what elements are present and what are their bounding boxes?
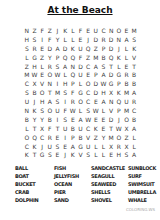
grid-cell: V — [38, 80, 46, 89]
grid-cell: L — [69, 27, 77, 36]
grid-cell: U — [77, 45, 85, 54]
grid-cell: C — [84, 89, 92, 98]
grid-cell: B — [31, 89, 39, 98]
grid-cell: T — [130, 63, 138, 72]
grid-cell: S — [54, 143, 62, 152]
grid-cell: U — [54, 107, 62, 116]
grid-cell: F — [77, 27, 85, 36]
grid-cell: Q — [107, 54, 115, 63]
grid-cell: I — [61, 134, 69, 143]
grid-cell: S — [31, 36, 39, 45]
grid-cell: E — [123, 27, 131, 36]
grid-cell: M — [92, 54, 100, 63]
grid-cell: R — [130, 98, 138, 107]
grid-cell: J — [115, 45, 123, 54]
grid-cell: L — [38, 63, 46, 72]
grid-cell: A — [130, 89, 138, 98]
grid-cell: X — [31, 80, 39, 89]
grid-cell: Y — [54, 36, 62, 45]
grid-cell: C — [84, 98, 92, 107]
grid-cell: Y — [46, 54, 54, 63]
grid-cell: Z — [46, 27, 54, 36]
grid-cell: Z — [31, 27, 39, 36]
grid-cell: L — [69, 36, 77, 45]
word-item: UMBRELLA — [128, 188, 157, 196]
grid-cell: L — [115, 63, 123, 72]
grid-cell: E — [92, 98, 100, 107]
grid-cell: Z — [23, 63, 31, 72]
grid-cell: W — [92, 107, 100, 116]
grid-cell: H — [100, 89, 108, 98]
grid-cell: G — [107, 80, 115, 89]
grid-cell: N — [23, 27, 31, 36]
grid-cell: J — [115, 116, 123, 125]
word-item: SURF — [128, 172, 157, 180]
grid-cell: S — [46, 151, 54, 160]
grid-cell: R — [100, 36, 108, 45]
grid-cell: U — [123, 98, 131, 107]
grid-cell: U — [77, 71, 85, 80]
grid-cell: L — [77, 107, 85, 116]
grid-cell: J — [54, 27, 62, 36]
grid-cell: L — [123, 54, 131, 63]
grid-cell: X — [123, 143, 131, 152]
grid-cell: O — [77, 98, 85, 107]
word-item: SEAWEED — [91, 180, 128, 188]
grid-cell: D — [77, 63, 85, 72]
grid-cell: V — [84, 134, 92, 143]
grid-cell: B — [69, 125, 77, 134]
grid-cell: E — [61, 143, 69, 152]
grid-cell: U — [23, 98, 31, 107]
grid-cell: J — [31, 98, 39, 107]
grid-cell: S — [54, 98, 62, 107]
grid-cell: V — [77, 151, 85, 160]
grid-cell: N — [115, 36, 123, 45]
grid-cell: J — [61, 151, 69, 160]
grid-cell: O — [46, 107, 54, 116]
grid-cell: H — [38, 98, 46, 107]
grid-cell: L — [23, 54, 31, 63]
word-list-column: SUNBLOCKSURFSWIMSUITUMBRELLAWHALE — [128, 164, 157, 204]
grid-cell: B — [23, 116, 31, 125]
grid-cell: Q — [115, 98, 123, 107]
grid-cell: D — [107, 116, 115, 125]
grid-cell: B — [100, 54, 108, 63]
grid-cell: S — [84, 107, 92, 116]
grid-cell: T — [107, 63, 115, 72]
word-list-column: BALLBOATBUCKETCRABDOLPHIN — [15, 164, 54, 204]
grid-cell: K — [130, 45, 138, 54]
grid-cell: S — [23, 89, 31, 98]
grid-cell: O — [84, 80, 92, 89]
grid-cell: K — [69, 151, 77, 160]
grid-cell: H — [31, 63, 39, 72]
grid-cell: L — [123, 45, 131, 54]
grid-cell: A — [46, 98, 54, 107]
grid-cell: E — [38, 71, 46, 80]
grid-cell: S — [130, 36, 138, 45]
grid-cell: U — [61, 125, 69, 134]
word-item: SUNBLOCK — [128, 164, 157, 172]
puzzle-page: At the Beach NZFZJKLFEUCNOEMHSIFYLLEJDRD… — [0, 0, 160, 220]
grid-cell: Y — [100, 134, 108, 143]
grid-cell: P — [92, 71, 100, 80]
grid-cell: O — [23, 134, 31, 143]
grid-cell: N — [107, 27, 115, 36]
grid-cell: W — [84, 116, 92, 125]
grid-cell: I — [54, 80, 62, 89]
grid-cell: M — [130, 27, 138, 36]
grid-cell: Z — [84, 54, 92, 63]
grid-cell: A — [123, 36, 131, 45]
grid-cell: L — [130, 143, 138, 152]
grid-cell: F — [77, 54, 85, 63]
grid-cell: C — [100, 27, 108, 36]
word-item: CRAB — [15, 188, 54, 196]
grid-cell: L — [100, 107, 108, 116]
grid-cell: E — [107, 151, 115, 160]
grid-cell: M — [54, 89, 62, 98]
grid-cell: E — [54, 134, 62, 143]
grid-cell: G — [77, 89, 85, 98]
grid-cell: H — [61, 80, 69, 89]
word-item: DOLPHIN — [15, 196, 54, 204]
grid-cell: B — [130, 116, 138, 125]
grid-cell: F — [69, 89, 77, 98]
grid-cell: X — [38, 125, 46, 134]
grid-cell: A — [92, 63, 100, 72]
grid-cell: A — [130, 151, 138, 160]
grid-cell: L — [61, 36, 69, 45]
grid-cell: K — [31, 143, 39, 152]
grid-cell: M — [23, 71, 31, 80]
grid-cell: W — [31, 71, 39, 80]
grid-cell: Q — [84, 45, 92, 54]
grid-cell: W — [69, 107, 77, 116]
grid-cell: K — [23, 151, 31, 160]
grid-cell: D — [107, 36, 115, 45]
grid-cell: Q — [61, 54, 69, 63]
grid-cell: R — [31, 45, 39, 54]
grid-cell: D — [92, 36, 100, 45]
word-item: BUCKET — [15, 180, 54, 188]
grid-cell: L — [100, 143, 108, 152]
word-item: FISH — [54, 164, 91, 172]
grid-cell: Z — [38, 54, 46, 63]
grid-cell: R — [123, 71, 131, 80]
grid-cell: D — [92, 80, 100, 89]
grid-cell: R — [46, 63, 54, 72]
grid-cell: S — [61, 89, 69, 98]
word-item: SANDCASTLE — [91, 164, 128, 172]
word-item: SHELLS — [91, 188, 128, 196]
grid-cell: K — [69, 45, 77, 54]
grid-cell: X — [123, 125, 131, 134]
grid-cell: M — [123, 107, 131, 116]
word-item: SHOVEL — [91, 196, 128, 204]
grid-cell: D — [61, 45, 69, 54]
grid-cell: F — [46, 36, 54, 45]
grid-cell: B — [77, 134, 85, 143]
grid-cell: V — [107, 107, 115, 116]
grid-cell: P — [100, 45, 108, 54]
grid-cell: K — [115, 89, 123, 98]
word-item: SWIMSUIT — [128, 180, 157, 188]
grid-cell: K — [92, 125, 100, 134]
grid-cell: R — [69, 98, 77, 107]
grid-cell: O — [46, 71, 54, 80]
grid-cell: B — [130, 71, 138, 80]
grid-cell: S — [100, 63, 108, 72]
grid-cell: A — [130, 125, 138, 134]
word-item: SAND — [54, 196, 91, 204]
grid-cell: C — [84, 63, 92, 72]
grid-cell: L — [130, 134, 138, 143]
grid-cell: E — [123, 63, 131, 72]
grid-cell: D — [92, 89, 100, 98]
grid-cell: W — [54, 71, 62, 80]
grid-cell: U — [84, 143, 92, 152]
grid-cell: H — [23, 36, 31, 45]
grid-cell: S — [61, 116, 69, 125]
grid-cell: C — [130, 107, 138, 116]
grid-cell: P — [115, 80, 123, 89]
grid-cell: W — [100, 80, 108, 89]
grid-cell: E — [54, 151, 62, 160]
grid-cell: Z — [92, 45, 100, 54]
grid-cell: X — [107, 89, 115, 98]
grid-cell: C — [84, 125, 92, 134]
word-item: BOAT — [15, 172, 54, 180]
grid-cell: Z — [92, 134, 100, 143]
grid-cell: A — [69, 143, 77, 152]
grid-cell: Y — [31, 116, 39, 125]
grid-cell: N — [46, 80, 54, 89]
grid-cell: L — [77, 80, 85, 89]
grid-cell: C — [23, 80, 31, 89]
grid-cell: T — [107, 125, 115, 134]
grid-cell: A — [100, 98, 108, 107]
grid-cell: L — [23, 125, 31, 134]
grid-cell: H — [115, 151, 123, 160]
grid-cell: E — [77, 36, 85, 45]
grid-cell: Q — [69, 54, 77, 63]
grid-cell: D — [107, 71, 115, 80]
grid-cell: F — [61, 107, 69, 116]
grid-cell: T — [54, 125, 62, 134]
grid-cell: D — [107, 45, 115, 54]
grid-cell: E — [38, 45, 46, 54]
grid-cell: Z — [123, 134, 131, 143]
word-list-column: FISHJELLYFISHOCEANPIERSAND — [54, 164, 91, 204]
grid-cell: E — [84, 27, 92, 36]
word-item: PIER — [54, 188, 91, 196]
grid-cell: D — [46, 45, 54, 54]
grid-cell: E — [100, 116, 108, 125]
grid-cell: N — [107, 98, 115, 107]
grid-cell: O — [123, 116, 131, 125]
grid-cell: B — [123, 80, 131, 89]
grid-cell: E — [92, 116, 100, 125]
grid-cell: T — [31, 125, 39, 134]
grid-cell: F — [38, 27, 46, 36]
grid-cell: A — [100, 71, 108, 80]
grid-cell: F — [46, 125, 54, 134]
grid-cell: P — [115, 107, 123, 116]
word-search-grid: NZFZJKLFEUCNOEMHSIFYLLEJDRDNASSREDADKUQZ… — [23, 27, 138, 160]
grid-cell: B — [46, 116, 54, 125]
word-item: JELLYFISH — [54, 172, 91, 180]
grid-cell: I — [54, 116, 62, 125]
word-list-column: SANDCASTLESEAGULLSEAWEEDSHELLSSHOVEL — [91, 164, 128, 204]
grid-cell: Q — [69, 71, 77, 80]
grid-cell: M — [107, 134, 115, 143]
watermark: COLORING.WS — [126, 207, 155, 212]
grid-cell: T — [46, 89, 54, 98]
grid-cell: P — [54, 54, 62, 63]
grid-cell: A — [61, 63, 69, 72]
grid-cell: E — [100, 125, 108, 134]
grid-cell: K — [31, 107, 39, 116]
grid-cell: Q — [31, 134, 39, 143]
word-item: BALL — [15, 164, 54, 172]
grid-cell: N — [69, 63, 77, 72]
grid-cell: B — [130, 80, 138, 89]
grid-cell: G — [115, 71, 123, 80]
grid-cell: J — [38, 143, 46, 152]
grid-cell: G — [77, 143, 85, 152]
grid-cell: W — [115, 125, 123, 134]
grid-cell: U — [92, 27, 100, 36]
grid-cell: P — [69, 134, 77, 143]
grid-cell: E — [69, 116, 77, 125]
grid-cell: O — [115, 27, 123, 36]
grid-cell: I — [38, 36, 46, 45]
grid-cell: U — [46, 143, 54, 152]
grid-cell: N — [23, 107, 31, 116]
word-list: BALLBOATBUCKETCRABDOLPHINFISHJELLYFISHOC… — [15, 164, 157, 204]
grid-cell: S — [38, 107, 46, 116]
grid-cell: L — [61, 71, 69, 80]
word-item: SEAGULL — [91, 172, 128, 180]
word-item: OCEAN — [54, 180, 91, 188]
grid-cell: V — [130, 54, 138, 63]
grid-cell: P — [69, 80, 77, 89]
grid-cell: E — [84, 71, 92, 80]
grid-cell: T — [31, 151, 39, 160]
grid-cell: S — [54, 63, 62, 72]
grid-cell: R — [115, 143, 123, 152]
grid-cell: K — [115, 54, 123, 63]
word-item: WHALE — [128, 196, 157, 204]
grid-cell: S — [23, 45, 31, 54]
grid-cell: A — [54, 45, 62, 54]
grid-cell: Y — [38, 116, 46, 125]
grid-cell: G — [31, 54, 39, 63]
grid-cell: L — [92, 151, 100, 160]
grid-cell: G — [38, 151, 46, 160]
grid-cell: S — [84, 151, 92, 160]
grid-cell: C — [38, 134, 46, 143]
grid-cell: C — [23, 143, 31, 152]
grid-cell: A — [77, 116, 85, 125]
grid-cell: S — [123, 151, 131, 160]
grid-cell: L — [100, 151, 108, 160]
grid-cell: R — [46, 134, 54, 143]
grid-cell: O — [115, 134, 123, 143]
puzzle-title: At the Beach — [0, 5, 160, 15]
grid-cell: O — [38, 89, 46, 98]
grid-cell: K — [61, 27, 69, 36]
grid-cell: M — [123, 89, 131, 98]
grid-cell: I — [61, 98, 69, 107]
grid-cell: J — [84, 36, 92, 45]
grid-cell: U — [77, 125, 85, 134]
grid-cell: L — [92, 143, 100, 152]
grid-cell: X — [107, 143, 115, 152]
